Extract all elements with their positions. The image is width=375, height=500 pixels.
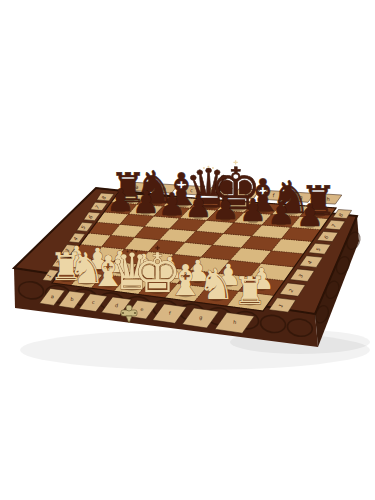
piece-white-knight-g1: ♞ (198, 260, 236, 309)
svg-text:♟: ♟ (211, 190, 239, 226)
product-photo: aabbccddeeffgghh1122334455667788♜♞♝♛♚♝♞♜… (0, 0, 375, 500)
svg-text:♜: ♜ (233, 269, 267, 313)
svg-text:♟: ♟ (239, 192, 267, 228)
piece-black-pawn-d7: ♟ (184, 188, 212, 224)
chess-board: aabbccddeeffgghh1122334455667788♜♞♝♛♚♝♞♜… (0, 0, 375, 500)
piece-black-pawn-h7: ♟ (296, 197, 324, 233)
piece-black-pawn-c7: ♟ (158, 186, 186, 222)
svg-text:♟: ♟ (106, 182, 134, 218)
svg-text:♟: ♟ (158, 186, 186, 222)
piece-black-pawn-f7: ♟ (239, 192, 267, 228)
svg-text:♟: ♟ (132, 184, 160, 220)
piece-black-pawn-e7: ♟ (211, 190, 239, 226)
svg-text:♞: ♞ (198, 260, 236, 309)
svg-text:♟: ♟ (296, 197, 324, 233)
svg-text:♟: ♟ (267, 195, 295, 231)
piece-black-pawn-b7: ♟ (132, 184, 160, 220)
piece-black-pawn-a7: ♟ (106, 182, 134, 218)
piece-black-pawn-g7: ♟ (267, 195, 295, 231)
svg-text:♟: ♟ (184, 188, 212, 224)
piece-white-rook-h1: ♜ (233, 269, 267, 313)
